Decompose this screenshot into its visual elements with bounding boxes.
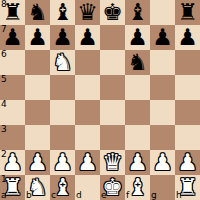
white-pawn-b2[interactable]: ♟ [25,150,50,175]
white-pawn-c2[interactable]: ♟ [50,150,75,175]
square-c2[interactable]: ♟ [50,150,75,175]
square-h7[interactable]: ♟ [175,25,200,50]
square-f1[interactable]: f♝ [125,175,150,200]
white-knight-c6[interactable]: ♞ [50,50,75,75]
file-label-b: b [26,191,32,200]
square-e8[interactable]: ♚ [100,0,125,25]
square-h5[interactable] [175,75,200,100]
square-b1[interactable]: b♞ [25,175,50,200]
square-e6[interactable] [100,50,125,75]
file-label-g: g [151,191,157,200]
square-c1[interactable]: c♝ [50,175,75,200]
white-pawn-d2[interactable]: ♟ [75,150,100,175]
white-pawn-f2[interactable]: ♟ [125,150,150,175]
square-h8[interactable]: ♜ [175,0,200,25]
square-d3[interactable] [75,125,100,150]
white-pawn-g2[interactable]: ♟ [150,150,175,175]
black-pawn-f7[interactable]: ♟ [125,25,150,50]
black-king-e8[interactable]: ♚ [100,0,125,25]
square-e3[interactable] [100,125,125,150]
rank-label-6: 6 [1,50,7,59]
black-pawn-c7[interactable]: ♟ [50,25,75,50]
square-g6[interactable] [150,50,175,75]
square-a1[interactable]: 1a♜ [0,175,25,200]
square-d1[interactable]: d [75,175,100,200]
square-d2[interactable]: ♟ [75,150,100,175]
rank-label-7: 7 [1,25,7,34]
square-f7[interactable]: ♟ [125,25,150,50]
rank-label-8: 8 [1,0,7,9]
square-e4[interactable] [100,100,125,125]
square-h4[interactable] [175,100,200,125]
black-pawn-g7[interactable]: ♟ [150,25,175,50]
square-f2[interactable]: ♟ [125,150,150,175]
file-label-a: a [1,191,7,200]
file-label-e: e [101,191,107,200]
square-b7[interactable]: ♟ [25,25,50,50]
square-d4[interactable] [75,100,100,125]
square-c7[interactable]: ♟ [50,25,75,50]
square-a8[interactable]: 8♜ [0,0,25,25]
file-label-c: c [51,191,56,200]
square-b4[interactable] [25,100,50,125]
square-c8[interactable]: ♝ [50,0,75,25]
square-e2[interactable]: ♛ [100,150,125,175]
square-c4[interactable] [50,100,75,125]
square-b2[interactable]: ♟ [25,150,50,175]
square-d6[interactable] [75,50,100,75]
square-g8[interactable] [150,0,175,25]
square-a4[interactable]: 4 [0,100,25,125]
black-pawn-d7[interactable]: ♟ [75,25,100,50]
black-queen-d8[interactable]: ♛ [75,0,100,25]
square-f3[interactable] [125,125,150,150]
square-h3[interactable] [175,125,200,150]
black-bishop-f8[interactable]: ♝ [125,0,150,25]
square-a3[interactable]: 3 [0,125,25,150]
file-label-f: f [126,191,129,200]
file-label-d: d [76,191,82,200]
black-knight-b8[interactable]: ♞ [25,0,50,25]
square-g3[interactable] [150,125,175,150]
square-b8[interactable]: ♞ [25,0,50,25]
rank-label-5: 5 [1,75,7,84]
rank-label-3: 3 [1,125,7,134]
square-a2[interactable]: 2♟ [0,150,25,175]
square-c5[interactable] [50,75,75,100]
chess-board: 8♜♞♝♛♚♝♜7♟♟♟♟♟♟♟6♞♞5432♟♟♟♟♛♟♟♟1a♜b♞c♝de… [0,0,200,200]
square-e5[interactable] [100,75,125,100]
square-b3[interactable] [25,125,50,150]
square-a5[interactable]: 5 [0,75,25,100]
square-f6[interactable]: ♞ [125,50,150,75]
rank-label-2: 2 [1,150,7,159]
square-f4[interactable] [125,100,150,125]
square-g7[interactable]: ♟ [150,25,175,50]
black-rook-h8[interactable]: ♜ [175,0,200,25]
square-h6[interactable] [175,50,200,75]
white-queen-e2[interactable]: ♛ [100,150,125,175]
square-g2[interactable]: ♟ [150,150,175,175]
black-pawn-h7[interactable]: ♟ [175,25,200,50]
square-d5[interactable] [75,75,100,100]
square-a7[interactable]: 7♟ [0,25,25,50]
black-pawn-b7[interactable]: ♟ [25,25,50,50]
square-d7[interactable]: ♟ [75,25,100,50]
black-bishop-c8[interactable]: ♝ [50,0,75,25]
file-label-h: h [176,191,182,200]
square-b6[interactable] [25,50,50,75]
square-b5[interactable] [25,75,50,100]
square-h1[interactable]: h♜ [175,175,200,200]
rank-label-1: 1 [1,175,7,184]
white-pawn-h2[interactable]: ♟ [175,150,200,175]
square-e7[interactable] [100,25,125,50]
square-a6[interactable]: 6 [0,50,25,75]
square-c6[interactable]: ♞ [50,50,75,75]
square-g4[interactable] [150,100,175,125]
square-h2[interactable]: ♟ [175,150,200,175]
square-g1[interactable]: g [150,175,175,200]
square-f5[interactable] [125,75,150,100]
rank-label-4: 4 [1,100,7,109]
square-d8[interactable]: ♛ [75,0,100,25]
square-f8[interactable]: ♝ [125,0,150,25]
black-knight-f6[interactable]: ♞ [125,50,150,75]
square-c3[interactable] [50,125,75,150]
square-e1[interactable]: e♚ [100,175,125,200]
square-g5[interactable] [150,75,175,100]
